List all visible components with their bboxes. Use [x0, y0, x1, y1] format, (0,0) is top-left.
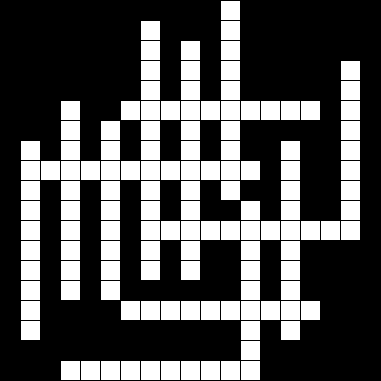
open-cell-r5-c3[interactable] [60, 100, 80, 120]
blocked-cell-r1-c4 [80, 20, 100, 40]
blocked-cell-r6-c2 [40, 120, 60, 140]
open-cell-r9-c11[interactable] [220, 180, 240, 200]
blocked-cell-r7-c4 [80, 140, 100, 160]
blocked-cell-r16-c13 [260, 320, 280, 340]
open-cell-r15-c12[interactable] [240, 300, 260, 320]
open-cell-r13-c5[interactable] [100, 260, 120, 280]
open-cell-r3-c7[interactable] [140, 60, 160, 80]
blocked-cell-r17-c3 [60, 340, 80, 360]
blocked-cell-r3-c13 [260, 60, 280, 80]
open-cell-r8-c4[interactable] [80, 160, 100, 180]
open-cell-r16-c14[interactable] [280, 320, 300, 340]
blocked-cell-r6-c18 [360, 120, 380, 140]
blocked-cell-r15-c2 [40, 300, 60, 320]
blocked-cell-r6-c16 [320, 120, 340, 140]
blocked-cell-r0-c4 [80, 0, 100, 20]
blocked-cell-r8-c16 [320, 160, 340, 180]
open-cell-r14-c3[interactable] [60, 280, 80, 300]
open-cell-r7-c3[interactable] [60, 140, 80, 160]
open-cell-r11-c14[interactable] [280, 220, 300, 240]
blocked-cell-r17-c17 [340, 340, 360, 360]
open-cell-r6-c5[interactable] [100, 120, 120, 140]
open-cell-r16-c12[interactable] [240, 320, 260, 340]
open-cell-r18-c3[interactable] [60, 360, 80, 380]
open-cell-r1-c7[interactable] [140, 20, 160, 40]
open-cell-r18-c4[interactable] [80, 360, 100, 380]
open-cell-r10-c14[interactable] [280, 200, 300, 220]
blocked-cell-r1-c3 [60, 20, 80, 40]
open-cell-r18-c10[interactable] [200, 360, 220, 380]
blocked-cell-r3-c10 [200, 60, 220, 80]
blocked-cell-r11-c2 [40, 220, 60, 240]
open-cell-r1-c11[interactable] [220, 20, 240, 40]
blocked-cell-r14-c18 [360, 280, 380, 300]
open-cell-r15-c6[interactable] [120, 300, 140, 320]
blocked-cell-r18-c17 [340, 360, 360, 380]
blocked-cell-r3-c2 [40, 60, 60, 80]
open-cell-r8-c7[interactable] [140, 160, 160, 180]
blocked-cell-r1-c12 [240, 20, 260, 40]
blocked-cell-r17-c5 [100, 340, 120, 360]
blocked-cell-r13-c2 [40, 260, 60, 280]
blocked-cell-r13-c17 [340, 260, 360, 280]
blocked-cell-r10-c10 [200, 200, 220, 220]
open-cell-r6-c11[interactable] [220, 120, 240, 140]
blocked-cell-r10-c18 [360, 200, 380, 220]
blocked-cell-r12-c4 [80, 240, 100, 260]
blocked-cell-r16-c18 [360, 320, 380, 340]
blocked-cell-r2-c13 [260, 40, 280, 60]
blocked-cell-r15-c16 [320, 300, 340, 320]
open-cell-r15-c1[interactable] [20, 300, 40, 320]
open-cell-r5-c12[interactable] [240, 100, 260, 120]
blocked-cell-r18-c18 [360, 360, 380, 380]
open-cell-r5-c7[interactable] [140, 100, 160, 120]
open-cell-r11-c10[interactable] [200, 220, 220, 240]
open-cell-r8-c8[interactable] [160, 160, 180, 180]
blocked-cell-r1-c14 [280, 20, 300, 40]
blocked-cell-r4-c12 [240, 80, 260, 100]
blocked-cell-r13-c6 [120, 260, 140, 280]
open-cell-r5-c14[interactable] [280, 100, 300, 120]
open-cell-r7-c1[interactable] [20, 140, 40, 160]
open-cell-r11-c3[interactable] [60, 220, 80, 240]
blocked-cell-r8-c0 [0, 160, 20, 180]
blocked-cell-r9-c0 [0, 180, 20, 200]
blocked-cell-r4-c2 [40, 80, 60, 100]
blocked-cell-r5-c0 [0, 100, 20, 120]
blocked-cell-r11-c6 [120, 220, 140, 240]
blocked-cell-r14-c17 [340, 280, 360, 300]
open-cell-r11-c7[interactable] [140, 220, 160, 240]
blocked-cell-r7-c15 [300, 140, 320, 160]
open-cell-r15-c13[interactable] [260, 300, 280, 320]
blocked-cell-r16-c11 [220, 320, 240, 340]
blocked-cell-r15-c17 [340, 300, 360, 320]
blocked-cell-r9-c12 [240, 180, 260, 200]
open-cell-r9-c7[interactable] [140, 180, 160, 200]
open-cell-r8-c11[interactable] [220, 160, 240, 180]
blocked-cell-r0-c17 [340, 0, 360, 20]
open-cell-r10-c12[interactable] [240, 200, 260, 220]
open-cell-r6-c9[interactable] [180, 120, 200, 140]
blocked-cell-r13-c11 [220, 260, 240, 280]
open-cell-r9-c17[interactable] [340, 180, 360, 200]
open-cell-r7-c11[interactable] [220, 140, 240, 160]
blocked-cell-r5-c4 [80, 100, 100, 120]
blocked-cell-r8-c15 [300, 160, 320, 180]
blocked-cell-r13-c10 [200, 260, 220, 280]
open-cell-r12-c3[interactable] [60, 240, 80, 260]
open-cell-r5-c15[interactable] [300, 100, 320, 120]
open-cell-r5-c10[interactable] [200, 100, 220, 120]
open-cell-r13-c12[interactable] [240, 260, 260, 280]
blocked-cell-r10-c15 [300, 200, 320, 220]
blocked-cell-r17-c4 [80, 340, 100, 360]
open-cell-r15-c11[interactable] [220, 300, 240, 320]
blocked-cell-r7-c13 [260, 140, 280, 160]
open-cell-r18-c8[interactable] [160, 360, 180, 380]
open-cell-r8-c2[interactable] [40, 160, 60, 180]
blocked-cell-r3-c18 [360, 60, 380, 80]
blocked-cell-r16-c10 [200, 320, 220, 340]
blocked-cell-r2-c18 [360, 40, 380, 60]
blocked-cell-r14-c9 [180, 280, 200, 300]
open-cell-r8-c17[interactable] [340, 160, 360, 180]
blocked-cell-r2-c10 [200, 40, 220, 60]
blocked-cell-r2-c12 [240, 40, 260, 60]
open-cell-r7-c7[interactable] [140, 140, 160, 160]
blocked-cell-r12-c8 [160, 240, 180, 260]
blocked-cell-r10-c11 [220, 200, 240, 220]
blocked-cell-r2-c16 [320, 40, 340, 60]
open-cell-r6-c3[interactable] [60, 120, 80, 140]
blocked-cell-r1-c2 [40, 20, 60, 40]
blocked-cell-r5-c1 [20, 100, 40, 120]
blocked-cell-r12-c0 [0, 240, 20, 260]
blocked-cell-r16-c6 [120, 320, 140, 340]
blocked-cell-r10-c0 [0, 200, 20, 220]
open-cell-r12-c5[interactable] [100, 240, 120, 260]
blocked-cell-r15-c3 [60, 300, 80, 320]
blocked-cell-r9-c13 [260, 180, 280, 200]
blocked-cell-r1-c15 [300, 20, 320, 40]
open-cell-r9-c14[interactable] [280, 180, 300, 200]
open-cell-r11-c9[interactable] [180, 220, 200, 240]
crossword-puzzle-screen [0, 0, 381, 381]
open-cell-r4-c9[interactable] [180, 80, 200, 100]
blocked-cell-r2-c4 [80, 40, 100, 60]
open-cell-r10-c7[interactable] [140, 200, 160, 220]
open-cell-r11-c8[interactable] [160, 220, 180, 240]
open-cell-r11-c13[interactable] [260, 220, 280, 240]
blocked-cell-r0-c0 [0, 0, 20, 20]
blocked-cell-r5-c5 [100, 100, 120, 120]
blocked-cell-r6-c13 [260, 120, 280, 140]
blocked-cell-r3-c6 [120, 60, 140, 80]
blocked-cell-r17-c8 [160, 340, 180, 360]
blocked-cell-r10-c13 [260, 200, 280, 220]
blocked-cell-r4-c5 [100, 80, 120, 100]
open-cell-r13-c9[interactable] [180, 260, 200, 280]
blocked-cell-r6-c1 [20, 120, 40, 140]
blocked-cell-r5-c18 [360, 100, 380, 120]
blocked-cell-r18-c0 [0, 360, 20, 380]
open-cell-r8-c3[interactable] [60, 160, 80, 180]
open-cell-r14-c1[interactable] [20, 280, 40, 300]
open-cell-r15-c14[interactable] [280, 300, 300, 320]
blocked-cell-r0-c10 [200, 0, 220, 20]
blocked-cell-r0-c2 [40, 0, 60, 20]
open-cell-r4-c17[interactable] [340, 80, 360, 100]
blocked-cell-r9-c6 [120, 180, 140, 200]
blocked-cell-r3-c4 [80, 60, 100, 80]
blocked-cell-r12-c13 [260, 240, 280, 260]
open-cell-r12-c7[interactable] [140, 240, 160, 260]
blocked-cell-r15-c5 [100, 300, 120, 320]
blocked-cell-r9-c18 [360, 180, 380, 200]
blocked-cell-r9-c10 [200, 180, 220, 200]
open-cell-r4-c11[interactable] [220, 80, 240, 100]
blocked-cell-r17-c0 [0, 340, 20, 360]
blocked-cell-r2-c1 [20, 40, 40, 60]
blocked-cell-r1-c18 [360, 20, 380, 40]
blocked-cell-r17-c18 [360, 340, 380, 360]
blocked-cell-r1-c9 [180, 20, 200, 40]
open-cell-r8-c6[interactable] [120, 160, 140, 180]
blocked-cell-r17-c7 [140, 340, 160, 360]
open-cell-r2-c7[interactable] [140, 40, 160, 60]
blocked-cell-r6-c14 [280, 120, 300, 140]
blocked-cell-r14-c7 [140, 280, 160, 300]
blocked-cell-r12-c2 [40, 240, 60, 260]
blocked-cell-r16-c17 [340, 320, 360, 340]
open-cell-r2-c9[interactable] [180, 40, 200, 60]
blocked-cell-r16-c15 [300, 320, 320, 340]
blocked-cell-r14-c2 [40, 280, 60, 300]
open-cell-r18-c12[interactable] [240, 360, 260, 380]
blocked-cell-r18-c1 [20, 360, 40, 380]
blocked-cell-r2-c5 [100, 40, 120, 60]
open-cell-r7-c9[interactable] [180, 140, 200, 160]
open-cell-r8-c12[interactable] [240, 160, 260, 180]
open-cell-r10-c5[interactable] [100, 200, 120, 220]
blocked-cell-r17-c14 [280, 340, 300, 360]
blocked-cell-r16-c2 [40, 320, 60, 340]
open-cell-r5-c8[interactable] [160, 100, 180, 120]
blocked-cell-r7-c10 [200, 140, 220, 160]
blocked-cell-r13-c18 [360, 260, 380, 280]
blocked-cell-r18-c14 [280, 360, 300, 380]
blocked-cell-r17-c15 [300, 340, 320, 360]
blocked-cell-r1-c13 [260, 20, 280, 40]
blocked-cell-r0-c5 [100, 0, 120, 20]
blocked-cell-r0-c15 [300, 0, 320, 20]
open-cell-r12-c1[interactable] [20, 240, 40, 260]
blocked-cell-r1-c0 [0, 20, 20, 40]
blocked-cell-r1-c8 [160, 20, 180, 40]
blocked-cell-r13-c13 [260, 260, 280, 280]
open-cell-r11-c12[interactable] [240, 220, 260, 240]
open-cell-r9-c3[interactable] [60, 180, 80, 200]
open-cell-r10-c3[interactable] [60, 200, 80, 220]
blocked-cell-r10-c2 [40, 200, 60, 220]
open-cell-r7-c14[interactable] [280, 140, 300, 160]
open-cell-r11-c1[interactable] [20, 220, 40, 240]
blocked-cell-r12-c18 [360, 240, 380, 260]
open-cell-r18-c6[interactable] [120, 360, 140, 380]
open-cell-r18-c9[interactable] [180, 360, 200, 380]
open-cell-r5-c9[interactable] [180, 100, 200, 120]
open-cell-r8-c14[interactable] [280, 160, 300, 180]
blocked-cell-r2-c6 [120, 40, 140, 60]
open-cell-r15-c10[interactable] [200, 300, 220, 320]
blocked-cell-r16-c0 [0, 320, 20, 340]
blocked-cell-r14-c4 [80, 280, 100, 300]
blocked-cell-r18-c15 [300, 360, 320, 380]
blocked-cell-r17-c9 [180, 340, 200, 360]
open-cell-r14-c14[interactable] [280, 280, 300, 300]
open-cell-r15-c7[interactable] [140, 300, 160, 320]
blocked-cell-r6-c4 [80, 120, 100, 140]
blocked-cell-r1-c6 [120, 20, 140, 40]
open-cell-r14-c12[interactable] [240, 280, 260, 300]
open-cell-r11-c16[interactable] [320, 220, 340, 240]
blocked-cell-r12-c11 [220, 240, 240, 260]
blocked-cell-r10-c6 [120, 200, 140, 220]
open-cell-r13-c14[interactable] [280, 260, 300, 280]
open-cell-r14-c5[interactable] [100, 280, 120, 300]
blocked-cell-r10-c4 [80, 200, 100, 220]
open-cell-r11-c17[interactable] [340, 220, 360, 240]
blocked-cell-r14-c8 [160, 280, 180, 300]
blocked-cell-r3-c8 [160, 60, 180, 80]
open-cell-r7-c17[interactable] [340, 140, 360, 160]
blocked-cell-r12-c17 [340, 240, 360, 260]
blocked-cell-r4-c3 [60, 80, 80, 100]
open-cell-r9-c5[interactable] [100, 180, 120, 200]
open-cell-r15-c8[interactable] [160, 300, 180, 320]
open-cell-r18-c5[interactable] [100, 360, 120, 380]
open-cell-r17-c12[interactable] [240, 340, 260, 360]
blocked-cell-r16-c5 [100, 320, 120, 340]
blocked-cell-r10-c16 [320, 200, 340, 220]
blocked-cell-r10-c8 [160, 200, 180, 220]
blocked-cell-r4-c10 [200, 80, 220, 100]
blocked-cell-r12-c10 [200, 240, 220, 260]
blocked-cell-r4-c6 [120, 80, 140, 100]
blocked-cell-r17-c11 [220, 340, 240, 360]
open-cell-r15-c9[interactable] [180, 300, 200, 320]
blocked-cell-r17-c13 [260, 340, 280, 360]
open-cell-r5-c17[interactable] [340, 100, 360, 120]
open-cell-r13-c3[interactable] [60, 260, 80, 280]
blocked-cell-r6-c12 [240, 120, 260, 140]
open-cell-r5-c11[interactable] [220, 100, 240, 120]
open-cell-r8-c1[interactable] [20, 160, 40, 180]
blocked-cell-r3-c14 [280, 60, 300, 80]
blocked-cell-r0-c13 [260, 0, 280, 20]
blocked-cell-r0-c3 [60, 0, 80, 20]
open-cell-r4-c7[interactable] [140, 80, 160, 100]
open-cell-r2-c11[interactable] [220, 40, 240, 60]
blocked-cell-r13-c16 [320, 260, 340, 280]
blocked-cell-r4-c18 [360, 80, 380, 100]
open-cell-r5-c6[interactable] [120, 100, 140, 120]
blocked-cell-r13-c15 [300, 260, 320, 280]
open-cell-r6-c7[interactable] [140, 120, 160, 140]
blocked-cell-r0-c18 [360, 0, 380, 20]
open-cell-r10-c1[interactable] [20, 200, 40, 220]
blocked-cell-r14-c10 [200, 280, 220, 300]
blocked-cell-r3-c12 [240, 60, 260, 80]
blocked-cell-r7-c12 [240, 140, 260, 160]
open-cell-r3-c17[interactable] [340, 60, 360, 80]
open-cell-r0-c11[interactable] [220, 0, 240, 20]
open-cell-r3-c9[interactable] [180, 60, 200, 80]
open-cell-r7-c5[interactable] [100, 140, 120, 160]
open-cell-r10-c9[interactable] [180, 200, 200, 220]
blocked-cell-r1-c1 [20, 20, 40, 40]
blocked-cell-r4-c13 [260, 80, 280, 100]
blocked-cell-r16-c3 [60, 320, 80, 340]
open-cell-r9-c9[interactable] [180, 180, 200, 200]
open-cell-r12-c14[interactable] [280, 240, 300, 260]
blocked-cell-r1-c5 [100, 20, 120, 40]
open-cell-r13-c1[interactable] [20, 260, 40, 280]
blocked-cell-r14-c11 [220, 280, 240, 300]
blocked-cell-r17-c6 [120, 340, 140, 360]
open-cell-r11-c11[interactable] [220, 220, 240, 240]
open-cell-r15-c15[interactable] [300, 300, 320, 320]
blocked-cell-r17-c10 [200, 340, 220, 360]
open-cell-r3-c11[interactable] [220, 60, 240, 80]
open-cell-r16-c1[interactable] [20, 320, 40, 340]
open-cell-r11-c15[interactable] [300, 220, 320, 240]
crossword-board [0, 0, 380, 380]
blocked-cell-r15-c18 [360, 300, 380, 320]
blocked-cell-r4-c1 [20, 80, 40, 100]
blocked-cell-r3-c16 [320, 60, 340, 80]
open-cell-r12-c9[interactable] [180, 240, 200, 260]
blocked-cell-r0-c12 [240, 0, 260, 20]
open-cell-r8-c9[interactable] [180, 160, 200, 180]
blocked-cell-r14-c6 [120, 280, 140, 300]
open-cell-r13-c7[interactable] [140, 260, 160, 280]
open-cell-r18-c7[interactable] [140, 360, 160, 380]
blocked-cell-r5-c2 [40, 100, 60, 120]
open-cell-r6-c17[interactable] [340, 120, 360, 140]
open-cell-r10-c17[interactable] [340, 200, 360, 220]
open-cell-r12-c12[interactable] [240, 240, 260, 260]
open-cell-r8-c10[interactable] [200, 160, 220, 180]
blocked-cell-r7-c8 [160, 140, 180, 160]
blocked-cell-r9-c2 [40, 180, 60, 200]
blocked-cell-r12-c15 [300, 240, 320, 260]
blocked-cell-r0-c16 [320, 0, 340, 20]
blocked-cell-r6-c10 [200, 120, 220, 140]
open-cell-r5-c13[interactable] [260, 100, 280, 120]
blocked-cell-r6-c6 [120, 120, 140, 140]
blocked-cell-r9-c8 [160, 180, 180, 200]
blocked-cell-r2-c2 [40, 40, 60, 60]
open-cell-r11-c5[interactable] [100, 220, 120, 240]
blocked-cell-r0-c1 [20, 0, 40, 20]
open-cell-r8-c5[interactable] [100, 160, 120, 180]
blocked-cell-r11-c4 [80, 220, 100, 240]
open-cell-r9-c1[interactable] [20, 180, 40, 200]
open-cell-r18-c11[interactable] [220, 360, 240, 380]
